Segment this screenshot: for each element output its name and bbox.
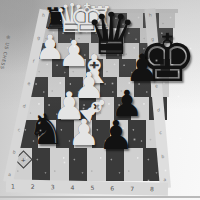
square-c7[interactable]: [75, 28, 91, 43]
rank-label-d: d: [22, 105, 26, 110]
square-e1[interactable]: [87, 148, 106, 181]
chessboard-photo: hgfedcba ♔ US CHESS hgfedcba 12345678 + …: [0, 0, 200, 200]
square-f2[interactable]: [110, 120, 128, 148]
square-e3[interactable]: [96, 97, 114, 120]
square-h8[interactable]: [159, 13, 175, 28]
square-e2[interactable]: [92, 120, 110, 148]
square-d6[interactable]: [89, 43, 106, 59]
square-f4[interactable]: [117, 77, 134, 97]
square-e7[interactable]: [108, 28, 124, 43]
file-label-4: 4: [71, 184, 75, 190]
file-label-6: 6: [110, 185, 114, 191]
board-rank-2: [20, 120, 164, 148]
square-d8[interactable]: [94, 13, 110, 28]
square-e5[interactable]: [103, 59, 120, 77]
board-rank-1: [13, 148, 161, 181]
square-f1[interactable]: [106, 148, 125, 181]
square-e4[interactable]: [100, 77, 117, 97]
board-rank-3: [26, 97, 167, 120]
square-c3[interactable]: [61, 97, 79, 120]
square-b6[interactable]: [56, 43, 73, 59]
square-e8[interactable]: [111, 13, 127, 28]
square-b1[interactable]: [32, 148, 51, 181]
square-b7[interactable]: [58, 28, 74, 43]
square-d1[interactable]: [69, 148, 88, 181]
file-label-3: 3: [51, 184, 55, 190]
square-b5[interactable]: [52, 59, 69, 77]
square-g2[interactable]: [128, 120, 146, 148]
square-h7[interactable]: [157, 28, 173, 43]
file-label-7: 7: [130, 185, 134, 191]
square-d5[interactable]: [86, 59, 103, 77]
file-label-8: 8: [150, 186, 154, 192]
file-label-1: 1: [11, 183, 15, 189]
square-c1[interactable]: [50, 148, 69, 181]
square-g3[interactable]: [131, 97, 149, 120]
rank-label-d: d: [157, 108, 160, 113]
rank-label-g: g: [37, 36, 41, 41]
square-f7[interactable]: [124, 28, 140, 43]
rank-label-h: h: [41, 13, 45, 18]
square-f3[interactable]: [114, 97, 132, 120]
rank-label-f: f: [32, 59, 34, 64]
square-d7[interactable]: [91, 28, 107, 43]
square-f8[interactable]: [127, 13, 143, 28]
square-b2[interactable]: [38, 120, 56, 148]
square-c5[interactable]: [69, 59, 86, 77]
rank-label-a: a: [7, 173, 11, 178]
us-chess-logo-icon: ♔: [6, 34, 10, 40]
square-c2[interactable]: [56, 120, 74, 148]
square-c8[interactable]: [78, 13, 94, 28]
square-f5[interactable]: [119, 59, 136, 77]
board-rank-4: [31, 77, 169, 97]
square-d4[interactable]: [83, 77, 100, 97]
rank-label-b: b: [12, 150, 16, 155]
rank-label-c: c: [17, 128, 20, 133]
board-bottom-border: 12345678: [6, 179, 168, 195]
rank-label-f: f: [154, 61, 156, 66]
file-label-5: 5: [90, 185, 94, 191]
square-b8[interactable]: [62, 13, 78, 28]
rank-label-b: b: [161, 155, 164, 160]
square-b4[interactable]: [48, 77, 65, 97]
square-f6[interactable]: [122, 43, 139, 59]
square-g1[interactable]: [124, 148, 143, 181]
rank-label-c: c: [159, 131, 162, 136]
rank-label-h: h: [149, 14, 152, 19]
file-label-2: 2: [31, 183, 35, 189]
board-brand-text: US CHESS: [0, 42, 9, 70]
square-c6[interactable]: [72, 43, 89, 59]
rank-label-e: e: [155, 84, 158, 89]
board-mat-edge: [0, 196, 200, 198]
square-b3[interactable]: [44, 97, 62, 120]
square-d2[interactable]: [74, 120, 92, 148]
square-e6[interactable]: [106, 43, 123, 59]
rank-label-e: e: [27, 82, 31, 87]
square-g4[interactable]: [134, 77, 151, 97]
square-d3[interactable]: [79, 97, 97, 120]
square-c4[interactable]: [65, 77, 82, 97]
rank-label-g: g: [151, 37, 154, 42]
